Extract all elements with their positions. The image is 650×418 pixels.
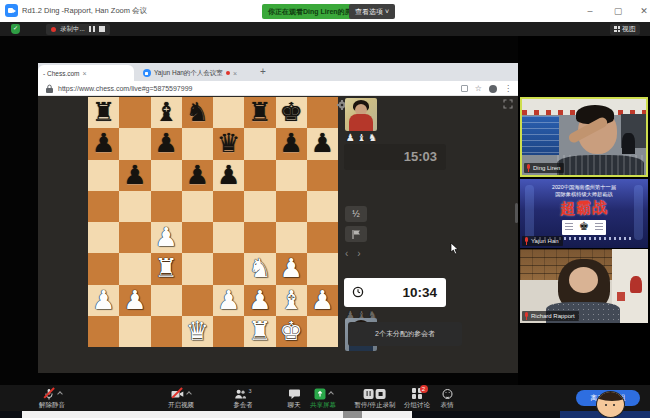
unassigned-participants-tooltip: 2个未分配的参会者 [348,322,462,346]
board-square[interactable] [119,222,150,253]
board-square[interactable]: ♟ [151,222,182,253]
board-square[interactable] [244,222,275,253]
board-square[interactable] [88,191,119,222]
board-square[interactable]: ♟ [307,128,338,159]
participants-count: 3 [248,388,251,394]
scene-red-decor [617,292,625,301]
chess-piece[interactable]: ♜ [248,97,271,127]
start-video-button[interactable]: 开启视频 [168,387,194,410]
board-square[interactable] [88,160,119,191]
maximize-button[interactable]: ▢ [608,0,628,22]
meeting-info-bar: 录制中... 视图 [0,22,650,36]
view-options-button[interactable]: 查看选项 ˅ [349,4,395,19]
board-square[interactable]: ♚ [276,316,307,347]
muted-mic-icon [526,164,531,172]
board-square[interactable] [151,316,182,347]
board-square[interactable]: ♝ [151,97,182,128]
board-square[interactable] [307,316,338,347]
bookmark-star-icon[interactable]: ☆ [475,85,482,93]
flag-icon [351,229,361,240]
muted-mic-icon [524,237,529,245]
breakout-rooms-button[interactable]: 2 分组讨论 [404,387,430,410]
tab-zoom-meeting[interactable]: Yajun Han的个人会议室 × [138,65,254,81]
opponent-avatar [345,98,377,131]
chess-piece[interactable]: ♟ [92,128,115,158]
recording-dot-icon [51,27,56,32]
fullscreen-expand-icon[interactable] [503,99,513,109]
board-square[interactable] [119,316,150,347]
video-tile-yajun-han[interactable]: 2020中国海南儋州第十一届 国际象棋特级大师超霸战 超霸战 ♚ Yajun H… [520,179,648,248]
browser-menu-icon[interactable]: ⋮ [504,84,512,93]
zoom-toolbar: 解除静音 开启视频 3 [0,385,650,411]
chevron-up-icon[interactable] [186,391,192,397]
tab-chesscom-title: - Chess.com [43,70,79,77]
board-square[interactable]: ♟ [182,160,213,191]
close-button[interactable]: ✕ [634,0,650,22]
title-bar: Rd1.2 Ding -Rapport, Han Zoom 会议 你正在观看Di… [0,0,650,22]
board-square[interactable] [276,191,307,222]
pause-recording-icon [364,389,374,399]
zoom-favicon [143,69,151,77]
board-square[interactable]: ♜ [244,316,275,347]
board-square[interactable] [213,253,244,284]
participant-name-tag: Richard Rapport [522,311,579,321]
chat-button[interactable]: 聊天 [288,387,301,410]
avatar-figure [349,114,373,131]
view-label: 视图 [622,24,636,34]
board-square[interactable]: ♝ [276,285,307,316]
board-square[interactable]: ♜ [244,97,275,128]
board-square[interactable]: ♟ [88,285,119,316]
participant-name: Richard Rapport [531,313,575,319]
opponent-clock: 15:03 [344,144,446,170]
video-tile-richard-rapport[interactable]: Richard Rapport [520,249,648,323]
encryption-shield-icon [11,24,20,34]
scene-red-decor [630,276,642,294]
recording-indicator: 录制中... [46,24,110,35]
board-square[interactable] [88,253,119,284]
minimize-button[interactable]: – [580,0,600,22]
window-title: Rd1.2 Ding -Rapport, Han Zoom 会议 [22,0,147,22]
chess-piece[interactable]: ♟ [248,285,271,315]
board-square[interactable] [151,285,182,316]
breakout-label: 分组讨论 [404,401,430,410]
chess-piece[interactable]: ♟ [311,128,334,158]
board-square[interactable] [182,253,213,284]
board-square[interactable]: ♟ [307,285,338,316]
participant-name-tag: Yajun Han [522,236,563,246]
board-square[interactable] [276,222,307,253]
board-square[interactable] [213,316,244,347]
scene-background-person [622,133,634,154]
board-square[interactable] [182,285,213,316]
draw-offer-button[interactable]: ½ [345,206,367,222]
chess-piece[interactable]: ♛ [186,316,209,346]
share-screen-button[interactable]: 共享屏幕 [310,387,336,410]
board-square[interactable] [151,160,182,191]
board-square[interactable] [151,191,182,222]
board-square[interactable]: ♟ [276,128,307,159]
chess-piece[interactable]: ♟ [154,128,177,158]
smiley-icon [442,389,452,399]
board-square[interactable]: ♞ [244,253,275,284]
chess-piece[interactable]: ♟ [279,128,302,158]
board-square[interactable]: ♟ [151,128,182,159]
stop-recording-icon [376,389,386,399]
reactions-button[interactable]: 表情 [441,387,454,410]
board-square[interactable] [213,191,244,222]
pause-stop-recording-button[interactable]: 暂停/停止录制 [355,387,396,410]
mouse-cursor [450,243,459,255]
captured-pieces-top: ♟♝♞ [346,132,379,143]
breakout-badge: 2 [420,385,428,393]
board-square[interactable] [244,160,275,191]
board-square[interactable] [182,128,213,159]
share-screen-label: 共享屏幕 [310,401,336,410]
chess-piece[interactable]: ♞ [186,97,209,127]
tab-close-icon[interactable]: × [82,70,86,77]
zoom-meeting-window: Rd1.2 Ding -Rapport, Han Zoom 会议 你正在观看Di… [0,0,650,418]
board-square[interactable] [307,253,338,284]
chess-piece[interactable]: ♛ [217,128,240,158]
board-square[interactable] [213,222,244,253]
poster-chess-emblem: ♚ [562,220,606,235]
board-square[interactable]: ♚ [276,97,307,128]
chess-piece[interactable]: ♜ [154,253,177,283]
board-square[interactable] [119,97,150,128]
participant-name-tag: Ding Liren [524,163,564,173]
poster-title-line1: 2020中国海南儋州第十一届 [523,184,645,191]
board-square[interactable] [244,191,275,222]
board-square[interactable] [276,160,307,191]
chess-piece[interactable]: ♟ [279,253,302,283]
chess-piece[interactable]: ♟ [123,285,146,315]
background-window-edge [343,411,362,418]
board-square[interactable]: ♟ [213,285,244,316]
board-square[interactable] [88,316,119,347]
profile-avatar-icon[interactable] [489,85,497,93]
chess-piece[interactable]: ♟ [217,160,240,190]
board-square[interactable]: ♛ [182,316,213,347]
muted-mic-icon [524,312,529,320]
board-square[interactable] [244,128,275,159]
board-square[interactable] [307,191,338,222]
resign-flag-button[interactable] [345,226,367,242]
board-square[interactable] [307,222,338,253]
move-nav-arrows[interactable]: ‹› [345,248,370,259]
chat-label: 聊天 [288,401,301,410]
tab-zoom-title: Yajun Han的个人会议室 [154,69,223,78]
player-clock: 10:34 [344,278,446,307]
cartoon-avatar [596,391,625,418]
board-square[interactable] [213,97,244,128]
board-square[interactable] [182,222,213,253]
clock-icon [352,286,364,298]
view-layout-button[interactable]: 视图 [610,24,640,35]
board-square[interactable]: ♟ [276,253,307,284]
chess-piece[interactable]: ♚ [279,97,302,127]
board-square[interactable]: ♟ [119,160,150,191]
participants-label: 参会者 [233,401,253,410]
participant-name: Ding Liren [533,165,560,171]
board-square[interactable]: ♜ [151,253,182,284]
record-label: 暂停/停止录制 [355,401,396,410]
board-square[interactable]: ♞ [182,97,213,128]
chess-piece[interactable]: ♟ [154,222,177,252]
grid-view-icon [614,26,620,32]
board-square[interactable]: ♜ [88,97,119,128]
chess-piece[interactable]: ♞ [248,253,271,283]
board-square[interactable] [182,191,213,222]
chevron-up-icon[interactable] [57,391,63,397]
tab-chesscom[interactable]: - Chess.com × [38,65,134,81]
chevron-up-icon[interactable] [328,391,334,397]
chess-piece[interactable]: ♟ [311,285,334,315]
tab-recording-dot-icon [226,71,230,75]
participants-icon [234,388,246,400]
extension-icon[interactable] [461,85,468,92]
board-square[interactable]: ♟ [244,285,275,316]
participants-button[interactable]: 3 参会者 [233,387,253,410]
board-square[interactable] [119,253,150,284]
scene-person-torso [557,155,644,175]
chess-piece[interactable]: ♟ [186,160,209,190]
pause-recording-icon[interactable] [89,26,95,32]
board-square[interactable]: ♛ [213,128,244,159]
chess-piece[interactable]: ♟ [123,160,146,190]
chess-piece[interactable]: ♝ [154,97,177,127]
bottom-edge-strip [0,411,650,418]
board-square[interactable]: ♟ [213,160,244,191]
url-text: https://www.chess.com/live#g=5875597999 [58,85,192,92]
board-square[interactable] [119,128,150,159]
share-screen-icon [314,388,326,400]
board-square[interactable]: ♟ [88,128,119,159]
chat-bubble-icon [288,388,300,400]
lock-icon [46,84,53,93]
recording-label: 录制中... [60,25,85,34]
board-square[interactable]: ♟ [119,285,150,316]
video-sidebar: Ding Liren 2020中国海南儋州第十一届 国际象棋特级大师超霸战 超霸… [518,36,650,385]
board-square[interactable] [119,191,150,222]
chess-piece[interactable]: ♜ [248,316,271,346]
chess-piece[interactable]: ♝ [279,285,302,315]
new-tab-button[interactable]: + [260,66,266,77]
chess-piece[interactable]: ♟ [217,285,240,315]
board-square[interactable] [307,97,338,128]
tab-strip: - Chess.com × Yajun Han的个人会议室 × + [38,63,518,81]
address-bar[interactable]: https://www.chess.com/live#g=5875597999 … [38,81,518,96]
stop-recording-icon[interactable] [99,26,105,32]
scene-backdrop [522,116,559,156]
zoom-logo-icon [5,4,18,17]
chess-board[interactable]: ♜♝♞♜♚♟♟♛♟♟♟♟♟♟♜♞♟♟♟♟♟♝♟♛♜♚ [88,97,338,347]
chess-piece[interactable]: ♟ [92,285,115,315]
poster-headline: 超霸战 [520,197,648,220]
player-clock-time: 10:34 [402,285,437,300]
board-square[interactable] [88,222,119,253]
unmute-button[interactable]: 解除静音 [39,387,65,410]
unmute-label: 解除静音 [39,401,65,410]
breakout-grid-icon: 2 [412,388,423,399]
board-square[interactable] [307,160,338,191]
video-tile-ding-liren[interactable]: Ding Liren [520,97,648,177]
chess-piece[interactable]: ♜ [92,97,115,127]
tab-close-icon[interactable]: × [233,70,237,77]
start-video-label: 开启视频 [168,401,194,410]
participant-name: Yajun Han [531,238,559,244]
reactions-label: 表情 [441,401,454,410]
chess-piece[interactable]: ♚ [279,316,302,346]
